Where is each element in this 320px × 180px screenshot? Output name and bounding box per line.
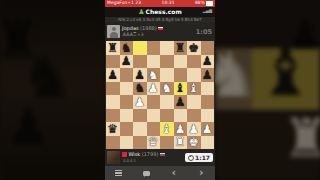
square-c4[interactable]: ♟: [133, 95, 147, 109]
connection-signal-icon: ▂▄▆: [203, 9, 212, 13]
poland-flag-icon: [158, 27, 163, 31]
square-h1[interactable]: [201, 136, 215, 150]
square-a8[interactable]: ♜: [106, 41, 120, 55]
white-bishop[interactable]: ♝: [161, 122, 172, 134]
square-b5[interactable]: [120, 82, 134, 96]
opponent-row: Jopdas (1988) ♙♙♙♖ +3 1:05: [105, 22, 215, 41]
black-pawn[interactable]: ♟: [202, 68, 213, 80]
square-b4[interactable]: [120, 95, 134, 109]
white-pawn[interactable]: ♟: [148, 82, 159, 94]
white-knight[interactable]: ♞: [161, 82, 172, 94]
chat-bubble-icon: [143, 171, 150, 176]
square-f8[interactable]: ♜: [174, 41, 188, 55]
square-c7[interactable]: [133, 55, 147, 69]
square-h8[interactable]: [201, 41, 215, 55]
battery-percent: 88%: [195, 1, 205, 6]
square-h7[interactable]: ♟: [201, 55, 215, 69]
square-g5[interactable]: ♝: [187, 82, 201, 96]
square-f5[interactable]: ♝: [174, 82, 188, 96]
square-f3[interactable]: [174, 109, 188, 123]
white-pawn[interactable]: ♟: [134, 95, 145, 107]
square-b2[interactable]: [120, 122, 134, 136]
white-bishop[interactable]: ♝: [188, 82, 199, 94]
square-f4[interactable]: ♟: [174, 95, 188, 109]
black-pawn[interactable]: ♟: [175, 95, 186, 107]
white-knight[interactable]: ♞: [148, 68, 159, 80]
square-e6[interactable]: [160, 68, 174, 82]
black-king[interactable]: ♚: [188, 41, 199, 53]
black-bishop[interactable]: ♝: [175, 82, 186, 94]
logo-text: Chess.com: [146, 9, 182, 15]
square-d8[interactable]: [147, 41, 161, 55]
square-d5[interactable]: ♟: [147, 82, 161, 96]
square-h2[interactable]: ♟: [201, 122, 215, 136]
square-c6[interactable]: ♟: [133, 68, 147, 82]
bottom-nav-bar: ‹ ›: [105, 166, 215, 180]
square-f2[interactable]: ♟: [174, 122, 188, 136]
battery-icon: [206, 1, 213, 6]
square-g4[interactable]: [187, 95, 201, 109]
black-pawn[interactable]: ♟: [134, 68, 145, 80]
carrier-label: MegaFon+1 23: [107, 1, 141, 6]
chess-board: ♜♞♜♚♟♟♟♟♞♟♞♟♞♝♝♟♟♛♝♟♟♟♛♜♚: [106, 41, 214, 149]
player-clock: 1:17: [185, 153, 213, 162]
player-avatar[interactable]: [107, 151, 120, 164]
chesscom-logo[interactable]: ♟ Chess.com: [138, 9, 181, 16]
square-g2[interactable]: ♟: [187, 122, 201, 136]
player-row: Wisk (1799) ♟♟♟♝ 1:17: [105, 149, 215, 166]
white-pawn[interactable]: ♟: [202, 122, 213, 134]
black-queen[interactable]: ♛: [107, 122, 118, 134]
square-d4[interactable]: [147, 95, 161, 109]
black-knight[interactable]: ♞: [134, 82, 145, 94]
captured-black-pieces: ♟♟♟♝: [122, 158, 136, 163]
square-a1[interactable]: [106, 136, 120, 150]
video-frame: { "app": {"name": "Chess.com"}, "status_…: [0, 0, 320, 180]
previous-move-button[interactable]: ‹: [167, 167, 181, 179]
square-a4[interactable]: [106, 95, 120, 109]
square-c5[interactable]: ♞: [133, 82, 147, 96]
square-c1[interactable]: [133, 136, 147, 150]
white-rook[interactable]: ♜: [175, 136, 186, 148]
white-pawn[interactable]: ♟: [188, 122, 199, 134]
square-g1[interactable]: ♚: [187, 136, 201, 150]
menu-button[interactable]: [112, 167, 126, 179]
player-rating: (1799): [142, 152, 159, 157]
square-c3[interactable]: [133, 109, 147, 123]
black-pawn[interactable]: ♟: [107, 68, 118, 80]
square-g7[interactable]: [187, 55, 201, 69]
logo-pawn-icon: ♟: [138, 9, 144, 16]
square-f7[interactable]: [174, 55, 188, 69]
square-d7[interactable]: [147, 55, 161, 69]
square-e4[interactable]: [160, 95, 174, 109]
square-d2[interactable]: [147, 122, 161, 136]
status-bar: MegaFon+1 23 10:31 88%: [105, 0, 215, 7]
square-h3[interactable]: [201, 109, 215, 123]
white-pawn[interactable]: ♟: [175, 122, 186, 134]
square-a6[interactable]: ♟: [106, 68, 120, 82]
square-b8[interactable]: ♞: [120, 41, 134, 55]
white-queen[interactable]: ♛: [148, 136, 159, 148]
square-c8[interactable]: [133, 41, 147, 55]
square-f6[interactable]: [174, 68, 188, 82]
status-time: 10:31: [162, 1, 175, 6]
player-clock-time: 1:17: [195, 155, 210, 161]
square-f1[interactable]: ♜: [174, 136, 188, 150]
square-g6[interactable]: [187, 68, 201, 82]
clock-icon: [188, 155, 194, 161]
square-h5[interactable]: [201, 82, 215, 96]
hamburger-icon: [115, 170, 122, 176]
opponent-avatar[interactable]: [107, 25, 120, 38]
white-king[interactable]: ♚: [188, 136, 199, 148]
black-rook[interactable]: ♜: [175, 41, 186, 53]
square-e7[interactable]: [160, 55, 174, 69]
square-g3[interactable]: [187, 109, 201, 123]
next-move-button[interactable]: ›: [194, 167, 208, 179]
square-e5[interactable]: ♞: [160, 82, 174, 96]
square-d3[interactable]: [147, 109, 161, 123]
square-h4[interactable]: [201, 95, 215, 109]
chess-app-screenshot: MegaFon+1 23 10:31 88% ♟ Chess.com ▂▄▆ N…: [105, 0, 215, 180]
square-e2[interactable]: ♝: [160, 122, 174, 136]
battery-indicator: 88%: [195, 1, 213, 6]
black-pawn[interactable]: ♟: [202, 55, 213, 67]
black-pawn[interactable]: ♟: [121, 55, 132, 67]
square-d1[interactable]: ♛: [147, 136, 161, 150]
square-h6[interactable]: ♟: [201, 68, 215, 82]
material-advantage: +3: [137, 32, 144, 37]
square-b1[interactable]: [120, 136, 134, 150]
opponent-clock: 1:05: [196, 28, 212, 36]
square-e8[interactable]: [160, 41, 174, 55]
player-flag-icon: [160, 153, 165, 157]
square-b3[interactable]: [120, 109, 134, 123]
square-g8[interactable]: ♚: [187, 41, 201, 55]
captured-white-pieces: ♙♙♙♖: [122, 32, 136, 37]
black-knight[interactable]: ♞: [121, 41, 132, 53]
square-a2[interactable]: ♛: [106, 122, 120, 136]
chat-button[interactable]: [139, 167, 153, 179]
square-a5[interactable]: [106, 82, 120, 96]
square-a3[interactable]: [106, 109, 120, 123]
square-a7[interactable]: [106, 55, 120, 69]
square-e3[interactable]: [160, 109, 174, 123]
square-b6[interactable]: [120, 68, 134, 82]
square-c2[interactable]: [133, 122, 147, 136]
square-d6[interactable]: ♞: [147, 68, 161, 82]
black-rook[interactable]: ♜: [107, 41, 118, 53]
square-b7[interactable]: ♟: [120, 55, 134, 69]
square-e1[interactable]: [160, 136, 174, 150]
app-header: ♟ Chess.com ▂▄▆: [105, 7, 215, 17]
opponent-rating: (1988): [140, 26, 157, 31]
